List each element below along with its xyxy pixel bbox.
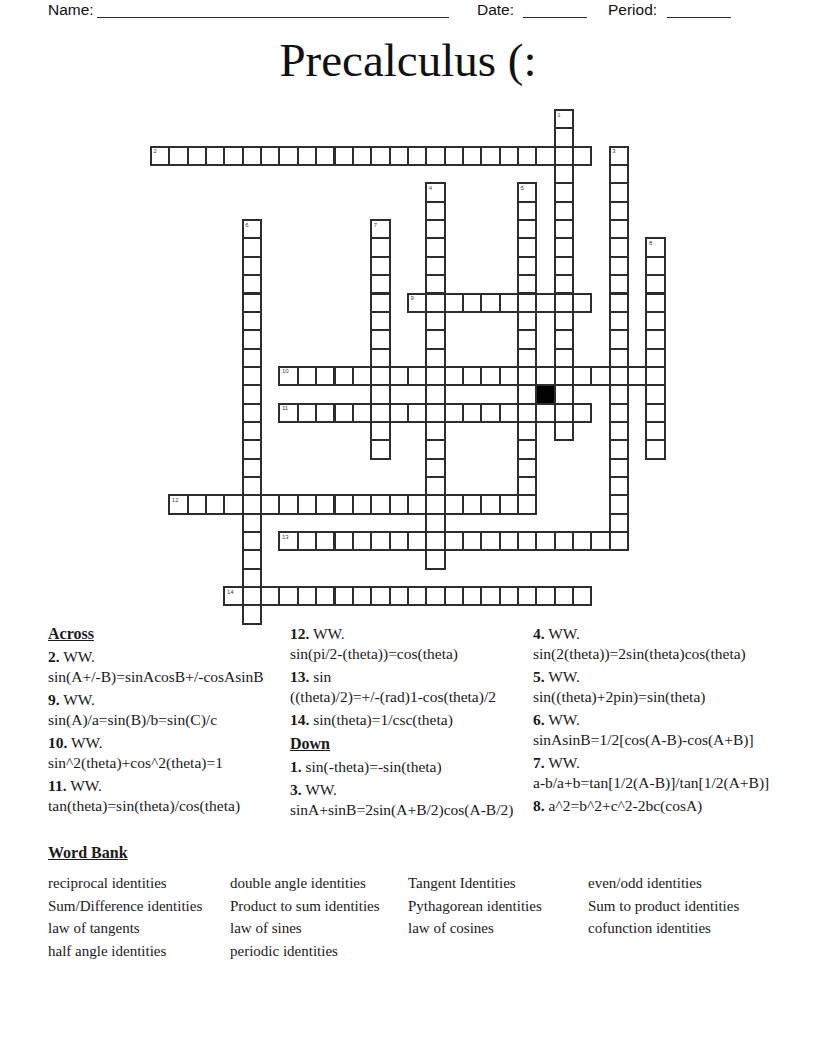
crossword-cell[interactable] [242, 604, 262, 624]
crossword-cell[interactable] [535, 293, 555, 313]
crossword-cell[interactable] [425, 458, 445, 478]
crossword-cell[interactable] [462, 293, 482, 313]
crossword-cell[interactable] [645, 348, 665, 368]
crossword-cell[interactable] [242, 549, 262, 569]
crossword-cell[interactable]: 4 [425, 182, 445, 202]
crossword-cell[interactable] [499, 531, 519, 551]
crossword-cell[interactable] [609, 237, 629, 257]
crossword-cell[interactable] [517, 201, 537, 221]
crossword-cell[interactable] [425, 201, 445, 221]
crossword-cell[interactable] [444, 586, 464, 606]
crossword-cell[interactable] [462, 494, 482, 514]
crossword-cell[interactable] [425, 586, 445, 606]
word-bank-item: cofunction identities [588, 917, 788, 940]
clue-formula: sin(A)/a=sin(B)/b=sin(C)/c [48, 710, 285, 730]
crossword-cell[interactable] [315, 531, 335, 551]
crossword-cell[interactable] [572, 293, 592, 313]
clue-text: 8. a^2=b^2+c^2-2bc(cosA) [533, 796, 773, 816]
crossword-cell[interactable] [444, 366, 464, 386]
crossword-cell[interactable] [609, 531, 629, 551]
crossword-cell[interactable] [517, 403, 537, 423]
crossword-cell[interactable] [187, 146, 207, 166]
crossword-cell[interactable] [609, 182, 629, 202]
crossword-cell[interactable] [425, 513, 445, 533]
clue-formula: sinAsinB=1/2[cos(A-B)-cos(A+B)] [533, 730, 773, 750]
crossword-cell[interactable] [462, 366, 482, 386]
clue-text: 6. WW. [533, 710, 773, 730]
crossword-cell[interactable] [645, 329, 665, 349]
crossword-cell[interactable] [425, 549, 445, 569]
crossword-cell[interactable] [517, 348, 537, 368]
crossword-cell[interactable] [334, 586, 354, 606]
crossword-cell[interactable] [389, 494, 409, 514]
crossword-cell[interactable] [517, 146, 537, 166]
crossword-cell[interactable] [609, 256, 629, 276]
crossword-cell[interactable] [425, 219, 445, 239]
cell-number: 6 [245, 222, 248, 228]
crossword-cell[interactable] [499, 146, 519, 166]
crossword-cell[interactable]: 3 [609, 146, 629, 166]
crossword-cell[interactable] [645, 403, 665, 423]
crossword-cell[interactable] [370, 348, 390, 368]
crossword-cell[interactable] [517, 586, 537, 606]
cell-number: 4 [429, 185, 432, 191]
crossword-cell[interactable] [480, 293, 500, 313]
crossword-grid: 1234567891011121314 [0, 0, 816, 650]
cell-number: 7 [374, 222, 377, 228]
crossword-cell[interactable] [645, 256, 665, 276]
crossword-cell[interactable] [242, 439, 262, 459]
crossword-cell[interactable] [517, 293, 537, 313]
clue-down-4: 4. WW.sin(2(theta))=2sin(theta)cos(theta… [533, 624, 773, 663]
word-bank-item: Sum to product identities [588, 895, 788, 918]
crossword-cell[interactable] [407, 146, 427, 166]
crossword-cell[interactable] [609, 201, 629, 221]
crossword-cell[interactable] [370, 293, 390, 313]
crossword-cell[interactable]: 10 [278, 366, 298, 386]
word-bank-item: periodic identities [230, 940, 408, 963]
word-bank-grid: reciprocal identitiesdouble angle identi… [48, 872, 788, 962]
crossword-cell[interactable] [499, 403, 519, 423]
crossword-cell[interactable] [278, 146, 298, 166]
crossword-cell[interactable] [389, 403, 409, 423]
crossword-cell[interactable] [609, 164, 629, 184]
crossword-cell[interactable] [554, 256, 574, 276]
crossword-cell[interactable] [462, 403, 482, 423]
crossword-cell[interactable]: 9 [407, 293, 427, 313]
crossword-cell[interactable] [242, 458, 262, 478]
clue-down-7: 7. WW.a-b/a+b=tan[1/2(A-B)]/tan[1/2(A+B)… [533, 753, 773, 792]
crossword-cell[interactable] [609, 384, 629, 404]
word-bank: Word Bank reciprocal identitiesdouble an… [48, 843, 788, 962]
crossword-cell[interactable] [242, 366, 262, 386]
crossword-cell[interactable]: 12 [168, 494, 188, 514]
crossword-cell[interactable]: 11 [278, 403, 298, 423]
crossword-cell[interactable] [242, 329, 262, 349]
cell-number: 12 [172, 497, 179, 503]
word-bank-item: Tangent Identities [408, 872, 588, 895]
clue-across-12: 12. WW.sin(pi/2-(theta))=cos(theta) [290, 624, 528, 663]
clue-number: 11. [48, 777, 67, 794]
crossword-cell[interactable]: 5 [517, 182, 537, 202]
clue-text: 9. WW. [48, 690, 285, 710]
crossword-cell[interactable] [334, 366, 354, 386]
crossword-cell[interactable]: 1 [554, 109, 574, 129]
crossword-cell[interactable] [242, 146, 262, 166]
crossword-cell[interactable] [242, 274, 262, 294]
crossword-cell[interactable] [645, 439, 665, 459]
crossword-cell[interactable] [645, 311, 665, 331]
crossword-cell[interactable] [278, 494, 298, 514]
crossword-cell[interactable] [260, 146, 280, 166]
crossword-cell[interactable] [444, 146, 464, 166]
crossword-cell[interactable] [315, 586, 335, 606]
crossword-cell[interactable] [590, 531, 610, 551]
crossword-cell[interactable] [425, 384, 445, 404]
crossword-cell[interactable] [554, 146, 574, 166]
crossword-cell[interactable] [554, 201, 574, 221]
crossword-cell[interactable] [499, 586, 519, 606]
crossword-cell[interactable] [572, 366, 592, 386]
word-bank-item: Product to sum identities [230, 895, 408, 918]
word-bank-item: half angle identities [48, 940, 230, 963]
word-bank-item: law of sines [230, 917, 408, 940]
crossword-cell[interactable] [517, 256, 537, 276]
crossword-cell[interactable] [554, 421, 574, 441]
crossword-cell[interactable] [297, 403, 317, 423]
crossword-cell[interactable] [242, 237, 262, 257]
crossword-cell[interactable] [517, 329, 537, 349]
cell-number: 8 [649, 240, 652, 246]
crossword-cell[interactable] [517, 311, 537, 331]
crossword-cell[interactable] [554, 348, 574, 368]
crossword-cell[interactable] [572, 146, 592, 166]
clue-column-3: 4. WW.sin(2(theta))=2sin(theta)cos(theta… [533, 624, 773, 829]
crossword-cell[interactable] [370, 274, 390, 294]
crossword-cell[interactable] [242, 311, 262, 331]
across-heading: Across [48, 624, 285, 644]
clue-number: 9. [48, 691, 60, 708]
crossword-cell[interactable] [517, 494, 537, 514]
crossword-cell[interactable] [480, 146, 500, 166]
crossword-cell[interactable] [370, 531, 390, 551]
crossword-cell[interactable] [352, 366, 372, 386]
crossword-cell[interactable] [535, 586, 555, 606]
crossword-cell[interactable] [425, 293, 445, 313]
clue-number: 14. [290, 711, 309, 728]
clue-across-11: 11. WW.tan(theta)=sin(theta)/cos(theta) [48, 776, 285, 815]
clue-number: 8. [533, 797, 545, 814]
crossword-cell[interactable] [554, 531, 574, 551]
crossword-cell[interactable] [499, 366, 519, 386]
clue-text: 12. WW. [290, 624, 528, 644]
clue-formula: tan(theta)=sin(theta)/cos(theta) [48, 796, 285, 816]
crossword-cell[interactable]: 2 [150, 146, 170, 166]
cell-number: 14 [227, 589, 234, 595]
clue-down-1: 1. sin(-theta)=-sin(theta) [290, 757, 528, 777]
crossword-cell[interactable] [517, 366, 537, 386]
crossword-cell[interactable] [517, 421, 537, 441]
crossword-cell[interactable] [444, 403, 464, 423]
crossword-cell[interactable] [462, 531, 482, 551]
crossword-cell[interactable] [535, 403, 555, 423]
crossword-cell[interactable] [645, 274, 665, 294]
clue-text: 7. WW. [533, 753, 773, 773]
word-bank-item: reciprocal identities [48, 872, 230, 895]
crossword-cell[interactable] [554, 293, 574, 313]
crossword-cell[interactable]: 6 [242, 219, 262, 239]
crossword-cell[interactable] [370, 311, 390, 331]
crossword-cell[interactable] [242, 384, 262, 404]
crossword-cell[interactable] [242, 494, 262, 514]
crossword-cell[interactable] [389, 531, 409, 551]
crossword-cell[interactable] [370, 256, 390, 276]
crossword-cell[interactable] [205, 146, 225, 166]
clue-text: 3. WW. [290, 780, 528, 800]
crossword-cell[interactable] [242, 531, 262, 551]
crossword-cell[interactable] [278, 586, 298, 606]
crossword-cell[interactable] [517, 274, 537, 294]
clue-number: 1. [290, 758, 302, 775]
crossword-cell[interactable] [334, 403, 354, 423]
crossword-cell[interactable] [242, 586, 262, 606]
crossword-cell[interactable] [480, 366, 500, 386]
crossword-cell[interactable] [425, 366, 445, 386]
crossword-cell[interactable] [590, 366, 610, 386]
crossword-cell[interactable] [425, 531, 445, 551]
crossword-cell[interactable] [572, 531, 592, 551]
clue-text: 2. WW. [48, 647, 285, 667]
crossword-cell[interactable] [554, 219, 574, 239]
crossword-cell[interactable] [517, 531, 537, 551]
clue-down-6: 6. WW.sinAsinB=1/2[cos(A-B)-cos(A+B)] [533, 710, 773, 749]
crossword-cell[interactable] [223, 494, 243, 514]
crossword-cell[interactable] [407, 531, 427, 551]
crossword-cell[interactable] [242, 403, 262, 423]
crossword-cell[interactable] [315, 146, 335, 166]
crossword-cell[interactable] [370, 586, 390, 606]
crossword-cell[interactable] [242, 568, 262, 588]
crossword-cell[interactable] [297, 531, 317, 551]
clue-across-14: 14. sin(theta)=1/csc(theta) [290, 710, 528, 730]
crossword-cell[interactable] [425, 421, 445, 441]
crossword-cell[interactable]: 14 [223, 586, 243, 606]
clue-across-2: 2. WW.sin(A+/-B)=sinAcosB+/-cosAsinB [48, 647, 285, 686]
clue-number: 13. [290, 668, 309, 685]
crossword-cell[interactable] [535, 146, 555, 166]
crossword-cell[interactable] [425, 494, 445, 514]
crossword-cell[interactable] [370, 421, 390, 441]
crossword-cell[interactable] [444, 531, 464, 551]
crossword-cell[interactable] [370, 366, 390, 386]
crossword-cell[interactable] [425, 348, 445, 368]
clue-down-3: 3. WW.sinA+sinB=2sin(A+B/2)cos(A-B/2) [290, 780, 528, 819]
crossword-cell[interactable] [480, 494, 500, 514]
crossword-cell[interactable] [425, 476, 445, 496]
crossword-cell[interactable] [187, 494, 207, 514]
crossword-cell[interactable] [609, 421, 629, 441]
crossword-cell[interactable] [480, 403, 500, 423]
crossword-cell[interactable] [242, 421, 262, 441]
crossword-cell[interactable] [260, 494, 280, 514]
worksheet-page: { "game": "crossword", "title": "Precalc… [0, 0, 816, 1056]
crossword-cell[interactable] [407, 494, 427, 514]
word-bank-item: Sum/Difference identities [48, 895, 230, 918]
crossword-cell[interactable] [554, 127, 574, 147]
crossword-cell[interactable] [645, 366, 665, 386]
crossword-cell[interactable] [554, 329, 574, 349]
crossword-cell[interactable] [425, 256, 445, 276]
clue-text: 11. WW. [48, 776, 285, 796]
crossword-cell[interactable] [425, 439, 445, 459]
crossword-cell[interactable] [609, 293, 629, 313]
crossword-cell[interactable] [499, 494, 519, 514]
clue-number: 7. [533, 754, 545, 771]
clue-number: 2. [48, 648, 60, 665]
clue-down-8: 8. a^2=b^2+c^2-2bc(cosA) [533, 796, 773, 816]
crossword-cell[interactable] [242, 513, 262, 533]
crossword-cell[interactable] [370, 494, 390, 514]
crossword-cell[interactable] [425, 146, 445, 166]
crossword-cell[interactable] [517, 458, 537, 478]
crossword-cell[interactable] [609, 494, 629, 514]
crossword-cell[interactable] [407, 403, 427, 423]
crossword-cell[interactable] [609, 329, 629, 349]
crossword-cell[interactable] [554, 311, 574, 331]
crossword-cell[interactable] [352, 586, 372, 606]
crossword-cell[interactable] [609, 219, 629, 239]
crossword-cell[interactable] [609, 513, 629, 533]
crossword-cell[interactable] [444, 494, 464, 514]
crossword-cell[interactable] [554, 403, 574, 423]
crossword-cell[interactable] [389, 586, 409, 606]
crossword-cell[interactable] [370, 384, 390, 404]
crossword-cell[interactable] [407, 366, 427, 386]
crossword-cell[interactable] [334, 146, 354, 166]
clue-column-1: Across2. WW.sin(A+/-B)=sinAcosB+/-cosAsi… [48, 624, 285, 829]
crossword-cell[interactable] [627, 366, 647, 386]
crossword-cell[interactable] [444, 293, 464, 313]
crossword-cell[interactable] [352, 531, 372, 551]
crossword-cell[interactable] [645, 384, 665, 404]
crossword-cell[interactable] [315, 494, 335, 514]
crossword-cell[interactable] [517, 439, 537, 459]
crossword-cell[interactable] [315, 403, 335, 423]
clue-formula: sin(A+/-B)=sinAcosB+/-cosAsinB [48, 667, 285, 687]
crossword-cell[interactable] [554, 182, 574, 202]
crossword-cell[interactable] [389, 146, 409, 166]
clue-number: 4. [533, 625, 545, 642]
clue-formula: sin^2(theta)+cos^2(theta)=1 [48, 753, 285, 773]
crossword-cell[interactable] [223, 146, 243, 166]
crossword-cell[interactable] [554, 384, 574, 404]
crossword-cell[interactable] [609, 458, 629, 478]
crossword-cell[interactable] [609, 476, 629, 496]
crossword-cell[interactable] [425, 403, 445, 423]
crossword-cell[interactable] [554, 274, 574, 294]
crossword-cell[interactable] [609, 439, 629, 459]
crossword-cell[interactable] [535, 366, 555, 386]
crossword-cell[interactable]: 7 [370, 219, 390, 239]
crossword-cell[interactable] [645, 421, 665, 441]
crossword-cell[interactable] [499, 293, 519, 313]
crossword-cell[interactable] [352, 146, 372, 166]
crossword-cell[interactable] [425, 274, 445, 294]
crossword-cell[interactable] [425, 237, 445, 257]
crossword-cell[interactable] [535, 531, 555, 551]
cell-number: 9 [410, 295, 413, 301]
crossword-cell[interactable] [168, 146, 188, 166]
crossword-cell[interactable] [609, 366, 629, 386]
crossword-cell[interactable] [205, 494, 225, 514]
crossword-cell[interactable] [425, 311, 445, 331]
crossword-cell[interactable] [554, 366, 574, 386]
crossword-cell[interactable] [517, 237, 537, 257]
crossword-cell[interactable] [572, 586, 592, 606]
clue-formula: sin((theta)+2pin)=sin(theta) [533, 687, 773, 707]
crossword-cell[interactable] [334, 531, 354, 551]
crossword-cell[interactable] [462, 146, 482, 166]
word-bank-item: double angle identities [230, 872, 408, 895]
crossword-cell[interactable] [242, 256, 262, 276]
clue-formula: a-b/a+b=tan[1/2(A-B)]/tan[1/2(A+B)] [533, 773, 773, 793]
clue-text: 5. WW. [533, 667, 773, 687]
crossword-cell[interactable] [352, 403, 372, 423]
crossword-cell[interactable] [517, 384, 537, 404]
crossword-cell[interactable]: 13 [278, 531, 298, 551]
crossword-cell[interactable] [480, 586, 500, 606]
crossword-cell[interactable] [572, 403, 592, 423]
crossword-cell[interactable] [554, 164, 574, 184]
crossword-cell[interactable]: 8 [645, 237, 665, 257]
crossword-cell[interactable] [370, 439, 390, 459]
crossword-cell[interactable] [315, 366, 335, 386]
crossword-cell[interactable] [517, 476, 537, 496]
crossword-cell[interactable] [370, 146, 390, 166]
crossword-cell[interactable] [370, 329, 390, 349]
clue-formula: sin(2(theta))=2sin(theta)cos(theta) [533, 644, 773, 664]
crossword-cell[interactable] [425, 329, 445, 349]
crossword-cell[interactable] [609, 348, 629, 368]
crossword-cell[interactable] [297, 146, 317, 166]
crossword-cell[interactable] [242, 348, 262, 368]
crossword-cell[interactable] [242, 476, 262, 496]
crossword-cell[interactable] [609, 403, 629, 423]
crossword-cell[interactable] [370, 403, 390, 423]
crossword-cell[interactable] [334, 494, 354, 514]
crossword-cell[interactable] [407, 586, 427, 606]
crossword-cell[interactable] [297, 494, 317, 514]
crossword-cell[interactable] [242, 293, 262, 313]
crossword-cell[interactable] [609, 311, 629, 331]
crossword-cell[interactable] [260, 586, 280, 606]
crossword-cell[interactable] [462, 586, 482, 606]
crossword-cell[interactable] [297, 366, 317, 386]
crossword-cell[interactable] [389, 366, 409, 386]
crossword-cell[interactable] [352, 494, 372, 514]
crossword-cell[interactable] [554, 586, 574, 606]
crossword-cell[interactable] [480, 531, 500, 551]
clue-formula: sinA+sinB=2sin(A+B/2)cos(A-B/2) [290, 800, 528, 820]
clue-across-13: 13. sin((theta)/2)=+/-(rad)1-cos(theta)/… [290, 667, 528, 706]
crossword-cell[interactable] [370, 237, 390, 257]
crossword-cell[interactable] [554, 237, 574, 257]
crossword-cell[interactable] [517, 219, 537, 239]
crossword-cell[interactable] [609, 274, 629, 294]
crossword-cell[interactable] [297, 586, 317, 606]
crossword-cell[interactable] [645, 293, 665, 313]
clue-formula: sin(pi/2-(theta))=cos(theta) [290, 644, 528, 664]
